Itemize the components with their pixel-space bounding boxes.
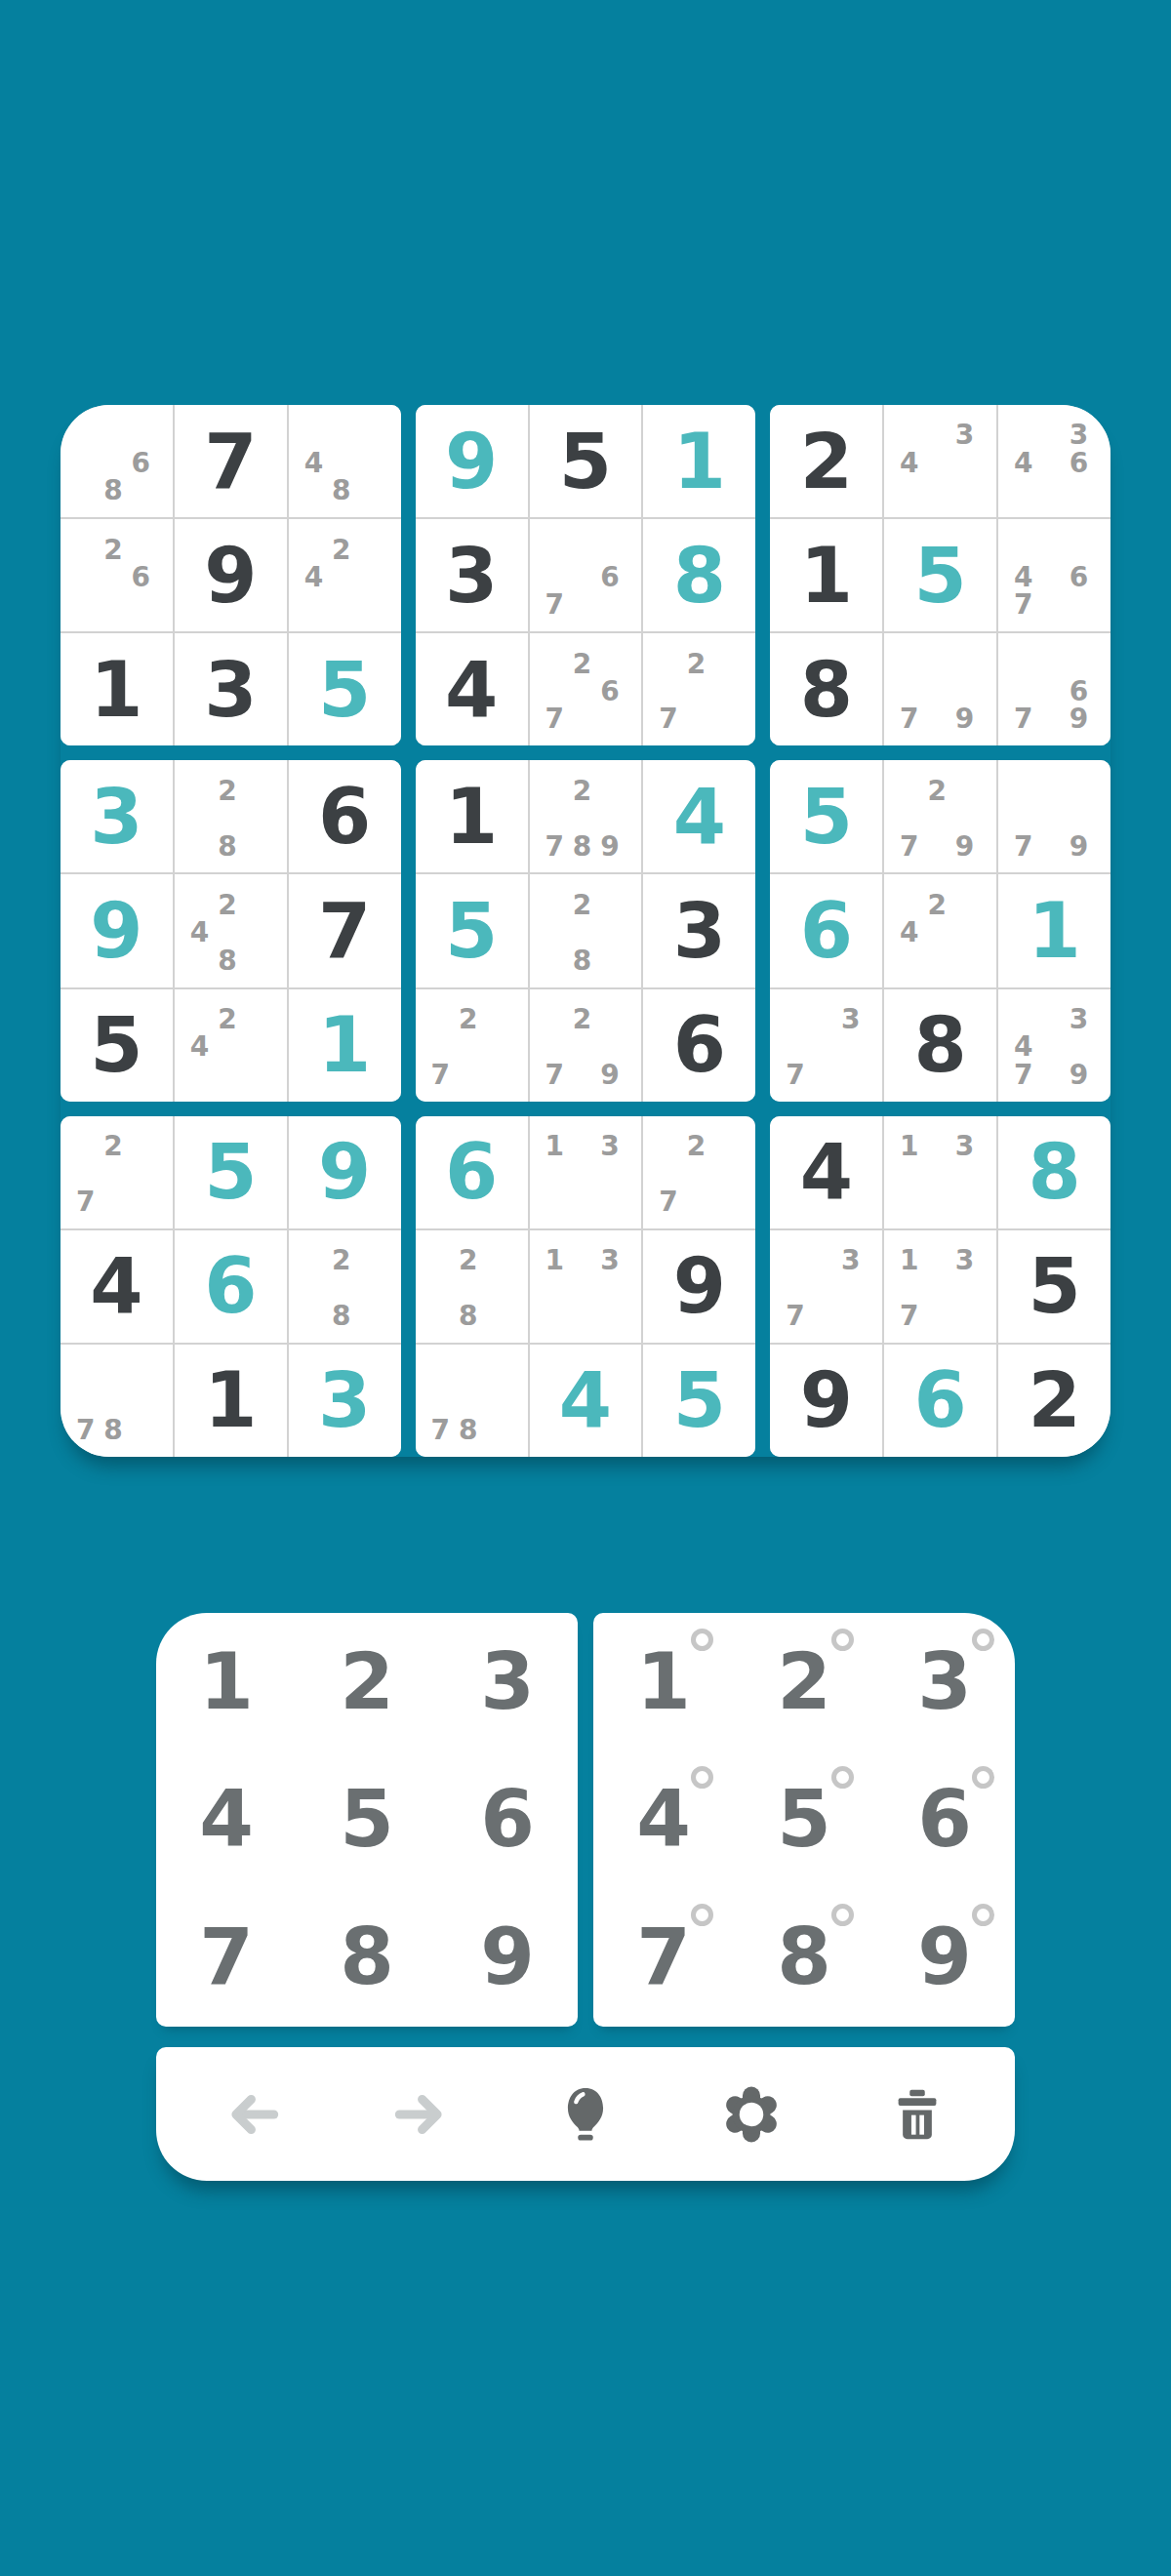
pencil-marks: 24 [896,892,979,975]
cell-r3c8[interactable]: 79 [884,633,996,745]
cell-r5c6[interactable]: 3 [643,874,755,986]
cell-r7c4[interactable]: 6 [416,1116,528,1228]
cell-r5c2[interactable]: 248 [175,874,287,986]
note-ring-icon [831,1904,854,1926]
pencil-mark-3: 3 [596,1133,624,1160]
pencil-mark-1: 1 [896,1247,923,1274]
pencil-mark-4: 4 [300,450,327,477]
pencil-mark-2: 2 [682,1133,709,1160]
cell-r6c6[interactable]: 6 [643,989,755,1102]
cell-r3c9[interactable]: 679 [998,633,1110,745]
cell-r8c7[interactable]: 37 [770,1230,882,1343]
numpad-digit-4[interactable]: 4 [156,1751,297,1888]
pencil-mark-8: 8 [454,1417,481,1444]
pencil-marks: 79 [1010,778,1093,861]
pencil-mark-6: 6 [596,678,624,705]
cell-r7c5[interactable]: 13 [530,1116,642,1228]
cell-r1c1[interactable]: 68 [61,405,173,517]
cell-value: 1 [1028,893,1080,969]
cell-r9c1[interactable]: 78 [61,1345,173,1457]
pencil-mark-8: 8 [454,1303,481,1330]
cell-value: 5 [204,1134,257,1210]
pencil-mark-2: 2 [568,778,595,805]
cell-value: 8 [800,652,853,728]
box-1-1: 6874826924135 [61,405,401,745]
cell-value: 6 [445,1134,498,1210]
pencil-marks: 28 [300,1247,383,1330]
pencil-mark-2: 2 [568,1006,595,1033]
cell-r2c3[interactable]: 24 [289,519,401,631]
cell-r1c3[interactable]: 48 [289,405,401,517]
pencil-mark-2: 2 [568,892,595,919]
cell-r2c2[interactable]: 9 [175,519,287,631]
pencil-marks: 279 [541,1006,624,1089]
pencil-mark-6: 6 [127,450,154,477]
cell-value: 6 [800,893,853,969]
box-3-1: 275946287813 [61,1116,401,1457]
cell-value: 2 [1028,1362,1080,1438]
erase-button[interactable] [882,2079,952,2150]
cell-r3c3[interactable]: 5 [289,633,401,745]
notes-pad-digit-1[interactable]: 1 [593,1613,734,1751]
pencil-marks: 79 [896,650,979,733]
hint-button[interactable] [550,2079,621,2150]
pencil-mark-3: 3 [1065,422,1092,449]
cell-r2c9[interactable]: 467 [998,519,1110,631]
pencil-marks: 13 [541,1133,624,1216]
pencil-mark-2: 2 [100,536,127,563]
pencil-mark-7: 7 [782,1303,809,1330]
pencil-marks: 48 [300,422,383,504]
pencil-mark-4: 4 [185,919,213,946]
cell-r4c7[interactable]: 5 [770,760,882,872]
cell-r8c4[interactable]: 28 [416,1230,528,1343]
pencil-mark-3: 3 [836,1247,864,1274]
cell-r3c6[interactable]: 27 [643,633,755,745]
pencil-mark-7: 7 [896,1303,923,1330]
cell-r8c6[interactable]: 9 [643,1230,755,1343]
pencil-marks: 26 [71,536,154,619]
cell-r8c1[interactable]: 4 [61,1230,173,1343]
pad-digit-label: 8 [340,1918,394,1996]
numpad-digit-3[interactable]: 3 [437,1613,578,1751]
cell-value: 9 [318,1134,371,1210]
pencil-marks: 27 [71,1133,154,1216]
cell-r9c5[interactable]: 4 [530,1345,642,1457]
cell-value: 6 [204,1248,257,1324]
numpad-digit-2[interactable]: 2 [297,1613,437,1751]
cell-value: 3 [204,652,257,728]
pencil-mark-4: 4 [1010,1033,1037,1061]
cell-r6c9[interactable]: 3479 [998,989,1110,1102]
pad-digit-label: 5 [340,1781,394,1859]
redo-arrow-icon [389,2084,450,2145]
notes-pad-digit-3[interactable]: 3 [874,1613,1015,1751]
pencil-marks: 68 [71,422,154,504]
cell-r2c5[interactable]: 67 [530,519,642,631]
cell-r7c6[interactable]: 27 [643,1116,755,1228]
pencil-marks: 78 [426,1361,509,1444]
cell-r5c3[interactable]: 7 [289,874,401,986]
cell-value: 6 [914,1362,967,1438]
pad-digit-label: 9 [917,1918,972,1996]
cell-value: 5 [559,423,612,500]
pencil-mark-8: 8 [100,1417,127,1444]
cell-r1c7[interactable]: 2 [770,405,882,517]
pad-digit-label: 6 [480,1781,535,1859]
cell-r7c2[interactable]: 5 [175,1116,287,1228]
toolbar [156,2047,1015,2181]
pencil-mark-8: 8 [568,832,595,860]
note-ring-icon [831,1629,854,1651]
cell-value: 5 [673,1362,726,1438]
cell-r1c8[interactable]: 34 [884,405,996,517]
pencil-marks: 67 [541,536,624,619]
pencil-mark-3: 3 [950,1247,978,1274]
pencil-mark-7: 7 [1010,832,1037,860]
pencil-mark-4: 4 [896,919,923,946]
cell-r6c3[interactable]: 1 [289,989,401,1102]
cell-r4c6[interactable]: 4 [643,760,755,872]
cell-r5c8[interactable]: 24 [884,874,996,986]
pencil-marks: 2789 [541,778,624,861]
pencil-mark-2: 2 [328,1247,355,1274]
cell-value: 8 [1028,1134,1080,1210]
pencil-marks: 37 [782,1006,865,1089]
pencil-marks: 27 [426,1006,509,1089]
cell-value: 7 [204,423,257,500]
pencil-marks: 248 [185,892,268,975]
notes-pad-digit-5[interactable]: 5 [734,1751,874,1888]
cell-r4c1[interactable]: 3 [61,760,173,872]
pencil-mark-2: 2 [682,650,709,677]
cell-r9c9[interactable]: 2 [998,1345,1110,1457]
cell-value: 1 [204,1362,257,1438]
cell-value: 1 [673,423,726,500]
pencil-mark-2: 2 [100,1133,127,1160]
pencil-mark-7: 7 [655,705,682,733]
cell-r2c7[interactable]: 1 [770,519,882,631]
pad-digit-label: 4 [636,1781,691,1859]
pencil-mark-2: 2 [454,1006,481,1033]
pencil-mark-1: 1 [541,1247,568,1274]
cell-r9c4[interactable]: 78 [416,1345,528,1457]
cell-r6c8[interactable]: 8 [884,989,996,1102]
cell-value: 8 [914,1007,967,1083]
cell-r2c6[interactable]: 8 [643,519,755,631]
pencil-mark-8: 8 [568,946,595,974]
pad-digit-label: 2 [777,1643,831,1721]
cell-r1c6[interactable]: 1 [643,405,755,517]
notes-pad-digit-2[interactable]: 2 [734,1613,874,1751]
numpad-digit-6[interactable]: 6 [437,1751,578,1888]
pad-digit-label: 8 [777,1918,831,1996]
cell-r4c2[interactable]: 28 [175,760,287,872]
pencil-mark-4: 4 [300,564,327,591]
pencil-mark-4: 4 [1010,564,1037,591]
cell-value: 5 [445,893,498,969]
pencil-mark-6: 6 [1065,564,1092,591]
sudoku-board: 6874826924135951367842672723434615467879… [61,405,1110,1457]
notes-pad-digit-7[interactable]: 7 [593,1889,734,2027]
cell-r9c7[interactable]: 9 [770,1345,882,1457]
cell-r4c5[interactable]: 2789 [530,760,642,872]
pencil-mark-8: 8 [214,832,241,860]
cell-value: 1 [318,1007,371,1083]
cell-value: 1 [445,779,498,855]
pencil-mark-7: 7 [541,705,568,733]
cell-r4c9[interactable]: 79 [998,760,1110,872]
numpad-digit-7[interactable]: 7 [156,1889,297,2027]
cell-value: 4 [90,1248,142,1324]
cell-r7c1[interactable]: 27 [61,1116,173,1228]
cell-r6c7[interactable]: 37 [770,989,882,1102]
pad-digit-label: 7 [636,1918,691,1996]
pencil-marks: 13 [541,1247,624,1330]
pencil-mark-9: 9 [596,832,624,860]
pencil-mark-9: 9 [596,1062,624,1089]
pencil-mark-6: 6 [596,564,624,591]
notes-pad-digit-8[interactable]: 8 [734,1889,874,2027]
pencil-mark-9: 9 [1065,705,1092,733]
pencil-mark-9: 9 [950,832,978,860]
pencil-mark-6: 6 [1065,450,1092,477]
cell-value: 7 [318,893,371,969]
cell-value: 6 [673,1007,726,1083]
cell-r6c4[interactable]: 27 [416,989,528,1102]
pencil-mark-2: 2 [923,778,950,805]
pencil-mark-7: 7 [782,1062,809,1089]
cell-r3c5[interactable]: 267 [530,633,642,745]
cell-value: 4 [559,1362,612,1438]
note-ring-icon [691,1904,713,1926]
cell-value: 2 [800,423,853,500]
pencil-marks: 346 [1010,422,1093,504]
pad-digit-label: 7 [199,1918,254,1996]
box-2-2: 1278945283272796 [416,760,756,1101]
box-2-3: 52797962413783479 [770,760,1110,1101]
cell-value: 9 [204,538,257,614]
pencil-mark-8: 8 [328,1303,355,1330]
pencil-mark-7: 7 [71,1417,99,1444]
cell-value: 5 [914,538,967,614]
cell-r4c3[interactable]: 6 [289,760,401,872]
pad-digit-label: 5 [777,1781,831,1859]
pencil-mark-7: 7 [655,1188,682,1216]
numpad-digit-9[interactable]: 9 [437,1889,578,2027]
pencil-marks: 78 [71,1361,154,1444]
lightbulb-icon [555,2084,616,2145]
cell-value: 5 [800,779,853,855]
cell-value: 5 [90,1007,142,1083]
pencil-mark-4: 4 [896,450,923,477]
pencil-marks: 13 [896,1133,979,1216]
cell-r9c8[interactable]: 6 [884,1345,996,1457]
box-1-2: 9513678426727 [416,405,756,745]
box-3-3: 4138371375962 [770,1116,1110,1457]
cell-r5c7[interactable]: 6 [770,874,882,986]
numpad-digit-8[interactable]: 8 [297,1889,437,2027]
cell-r4c4[interactable]: 1 [416,760,528,872]
cell-r6c2[interactable]: 24 [175,989,287,1102]
pencil-mark-7: 7 [1010,591,1037,619]
numpad-digit-1[interactable]: 1 [156,1613,297,1751]
note-ring-icon [831,1766,854,1789]
pencil-mark-7: 7 [1010,1062,1037,1089]
notes-pad-digit-9[interactable]: 9 [874,1889,1015,2027]
pencil-mark-7: 7 [541,591,568,619]
cell-r7c3[interactable]: 9 [289,1116,401,1228]
pencil-marks: 679 [1010,650,1093,733]
pencil-mark-2: 2 [923,892,950,919]
pencil-marks: 34 [896,422,979,504]
pencil-mark-2: 2 [214,1006,241,1033]
cell-r8c8[interactable]: 137 [884,1230,996,1343]
trash-icon [887,2084,948,2145]
pencil-mark-7: 7 [1010,705,1037,733]
pencil-mark-3: 3 [950,1133,978,1160]
pencil-mark-7: 7 [426,1417,454,1444]
pencil-mark-6: 6 [127,564,154,591]
pencil-mark-8: 8 [328,477,355,504]
numpad-normal: 123456789 [156,1613,578,2027]
cell-r2c8[interactable]: 5 [884,519,996,631]
cell-r1c4[interactable]: 9 [416,405,528,517]
pencil-mark-3: 3 [1065,1006,1092,1033]
cell-r3c2[interactable]: 3 [175,633,287,745]
pencil-mark-7: 7 [896,705,923,733]
cell-r9c2[interactable]: 1 [175,1345,287,1457]
numpad-notes: 123456789 [593,1613,1015,2027]
pad-digit-label: 3 [917,1643,972,1721]
pencil-mark-7: 7 [896,832,923,860]
pencil-mark-2: 2 [454,1247,481,1274]
cell-value: 6 [318,779,371,855]
cell-r7c7[interactable]: 4 [770,1116,882,1228]
pencil-marks: 27 [655,1133,738,1216]
pencil-marks: 24 [185,1006,268,1089]
undo-arrow-icon [223,2084,284,2145]
pad-digit-label: 4 [199,1781,254,1859]
cell-r8c9[interactable]: 5 [998,1230,1110,1343]
cell-r5c5[interactable]: 28 [530,874,642,986]
settings-button[interactable] [716,2079,787,2150]
cell-r3c4[interactable]: 4 [416,633,528,745]
pencil-marks: 28 [185,778,268,861]
note-ring-icon [691,1629,713,1651]
cell-r5c1[interactable]: 9 [61,874,173,986]
numpad-digit-5[interactable]: 5 [297,1751,437,1888]
cell-r6c1[interactable]: 5 [61,989,173,1102]
cell-value: 3 [90,779,142,855]
cell-r8c3[interactable]: 28 [289,1230,401,1343]
cell-value: 4 [673,779,726,855]
cell-r1c9[interactable]: 346 [998,405,1110,517]
pencil-marks: 28 [541,892,624,975]
cell-r4c8[interactable]: 279 [884,760,996,872]
pencil-mark-2: 2 [214,778,241,805]
pad-digit-label: 6 [917,1781,972,1859]
cell-r7c8[interactable]: 13 [884,1116,996,1228]
pad-digit-label: 3 [480,1643,535,1721]
cell-value: 4 [445,652,498,728]
undo-button[interactable] [219,2079,289,2150]
pencil-marks: 27 [655,650,738,733]
cell-value: 3 [673,893,726,969]
cell-r1c2[interactable]: 7 [175,405,287,517]
note-ring-icon [972,1904,994,1926]
pencil-mark-7: 7 [541,1062,568,1089]
cell-r2c1[interactable]: 26 [61,519,173,631]
pencil-mark-1: 1 [896,1133,923,1160]
box-3-2: 61327281397845 [416,1116,756,1457]
pencil-mark-7: 7 [426,1062,454,1089]
cell-r5c9[interactable]: 1 [998,874,1110,986]
pencil-mark-1: 1 [541,1133,568,1160]
cell-r6c5[interactable]: 279 [530,989,642,1102]
cell-value: 1 [800,538,853,614]
pencil-mark-8: 8 [100,477,127,504]
cell-r9c6[interactable]: 5 [643,1345,755,1457]
cell-value: 9 [673,1248,726,1324]
cell-r2c4[interactable]: 3 [416,519,528,631]
pencil-mark-2: 2 [568,650,595,677]
box-2-1: 3286924875241 [61,760,401,1101]
pencil-mark-8: 8 [214,946,241,974]
note-ring-icon [972,1766,994,1789]
cell-value: 1 [90,652,142,728]
cell-r8c2[interactable]: 6 [175,1230,287,1343]
pencil-mark-4: 4 [185,1033,213,1061]
pad-digit-label: 1 [199,1643,254,1721]
notes-pad-digit-4[interactable]: 4 [593,1751,734,1888]
box-1-3: 23434615467879679 [770,405,1110,745]
cell-r8c5[interactable]: 13 [530,1230,642,1343]
pencil-mark-7: 7 [541,832,568,860]
cell-r3c1[interactable]: 1 [61,633,173,745]
pencil-marks: 279 [896,778,979,861]
pencil-mark-2: 2 [328,536,355,563]
pencil-mark-3: 3 [950,422,978,449]
cell-r5c4[interactable]: 5 [416,874,528,986]
cell-r1c5[interactable]: 5 [530,405,642,517]
pencil-marks: 3479 [1010,1006,1093,1089]
cell-value: 5 [318,652,371,728]
pencil-marks: 137 [896,1247,979,1330]
cell-value: 3 [318,1362,371,1438]
pencil-mark-9: 9 [1065,1062,1092,1089]
redo-button[interactable] [384,2079,455,2150]
pad-digit-label: 9 [480,1918,535,1996]
cell-value: 5 [1028,1248,1080,1324]
notes-pad-digit-6[interactable]: 6 [874,1751,1015,1888]
cell-value: 9 [800,1362,853,1438]
note-ring-icon [691,1766,713,1789]
pencil-marks: 28 [426,1247,509,1330]
pencil-mark-3: 3 [596,1247,624,1274]
cell-value: 4 [800,1134,853,1210]
cell-r9c3[interactable]: 3 [289,1345,401,1457]
pad-digit-label: 2 [340,1643,394,1721]
note-ring-icon [972,1629,994,1651]
pencil-mark-9: 9 [1065,832,1092,860]
cell-value: 8 [673,538,726,614]
pencil-mark-6: 6 [1065,678,1092,705]
cell-r3c7[interactable]: 8 [770,633,882,745]
pencil-marks: 267 [541,650,624,733]
cell-r7c9[interactable]: 8 [998,1116,1110,1228]
cell-value: 9 [90,893,142,969]
